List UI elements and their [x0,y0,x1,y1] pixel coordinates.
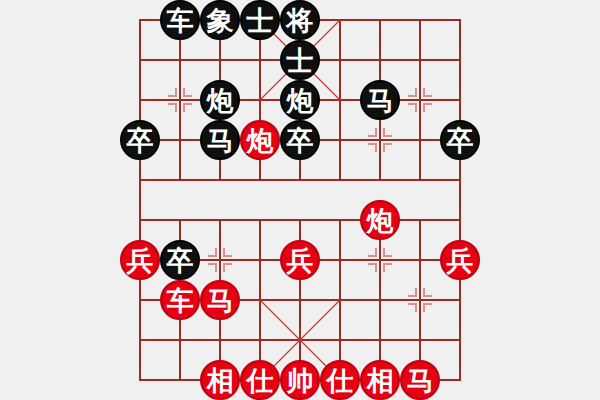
piece-black-cannon[interactable]: 炮 [200,80,240,120]
piece-red-cannon[interactable]: 炮 [240,120,280,160]
xiangqi-board-screenshot: 车象士将士炮炮马卒马炮卒卒炮兵卒兵兵车马相仕帅仕相马 [0,0,600,400]
piece-red-advisor[interactable]: 仕 [320,360,360,400]
piece-black-soldier[interactable]: 卒 [120,120,160,160]
piece-red-elephant[interactable]: 相 [360,360,400,400]
piece-red-advisor[interactable]: 仕 [240,360,280,400]
piece-black-cannon[interactable]: 炮 [280,80,320,120]
piece-red-soldier[interactable]: 兵 [440,240,480,280]
piece-red-general[interactable]: 帅 [280,360,320,400]
piece-red-chariot[interactable]: 车 [160,280,200,320]
piece-black-horse[interactable]: 马 [360,80,400,120]
piece-red-horse[interactable]: 马 [400,360,440,400]
piece-black-advisor[interactable]: 士 [240,0,280,40]
piece-black-soldier[interactable]: 卒 [160,240,200,280]
piece-black-chariot[interactable]: 车 [160,0,200,40]
piece-black-horse[interactable]: 马 [200,120,240,160]
piece-red-cannon[interactable]: 炮 [360,200,400,240]
piece-black-elephant[interactable]: 象 [200,0,240,40]
piece-red-soldier[interactable]: 兵 [120,240,160,280]
piece-black-soldier[interactable]: 卒 [440,120,480,160]
board-pieces-layer: 车象士将士炮炮马卒马炮卒卒炮兵卒兵兵车马相仕帅仕相马 [120,0,480,400]
piece-black-soldier[interactable]: 卒 [280,120,320,160]
piece-red-elephant[interactable]: 相 [200,360,240,400]
piece-black-general[interactable]: 将 [280,0,320,40]
piece-black-advisor[interactable]: 士 [280,40,320,80]
piece-red-horse[interactable]: 马 [200,280,240,320]
piece-red-soldier[interactable]: 兵 [280,240,320,280]
